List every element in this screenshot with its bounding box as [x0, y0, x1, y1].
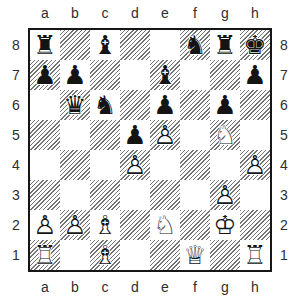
square-c5[interactable] — [90, 120, 120, 150]
file-label-b: b — [60, 277, 90, 297]
rank-label-5: 5 — [8, 120, 24, 150]
square-g5[interactable]: ♞♘ — [210, 120, 240, 150]
black-bishop-icon: ♝ — [150, 60, 180, 90]
square-f8[interactable]: ♞ — [180, 30, 210, 60]
rank-label-8: 8 — [276, 30, 292, 60]
square-b8[interactable] — [60, 30, 90, 60]
square-h1[interactable]: ♜♖ — [240, 240, 270, 270]
square-d7[interactable] — [120, 60, 150, 90]
square-a2[interactable]: ♟♙ — [30, 210, 60, 240]
square-f7[interactable] — [180, 60, 210, 90]
white-queen-icon: ♛♕ — [180, 240, 210, 270]
file-label-d: d — [120, 277, 150, 297]
square-g8[interactable]: ♜ — [210, 30, 240, 60]
square-h3[interactable] — [240, 180, 270, 210]
rank-label-1: 1 — [8, 240, 24, 270]
square-h5[interactable] — [240, 120, 270, 150]
rank-label-6: 6 — [8, 90, 24, 120]
square-h8[interactable]: ♚ — [240, 30, 270, 60]
square-c2[interactable]: ♝♗ — [90, 210, 120, 240]
square-g2[interactable]: ♚♔ — [210, 210, 240, 240]
rank-label-3: 3 — [8, 180, 24, 210]
white-king-icon: ♚♔ — [210, 210, 240, 240]
chess-diagram: abcdefgh 87654321 ♜♝♞♜♚♟♟♝♟♛♞♟♟♟♟♙♞♘♟♙♟♙… — [0, 0, 300, 300]
rank-label-5: 5 — [276, 120, 292, 150]
black-rook-icon: ♜ — [210, 30, 240, 60]
white-rook-icon: ♜♖ — [30, 240, 60, 270]
rank-labels-right: 87654321 — [276, 30, 292, 270]
square-e4[interactable] — [150, 150, 180, 180]
square-h2[interactable] — [240, 210, 270, 240]
file-label-f: f — [180, 3, 210, 23]
square-g6[interactable]: ♟ — [210, 90, 240, 120]
white-pawn-icon: ♟♙ — [150, 120, 180, 150]
rank-label-7: 7 — [8, 60, 24, 90]
square-g3[interactable]: ♟♙ — [210, 180, 240, 210]
black-bishop-icon: ♝ — [90, 30, 120, 60]
square-c3[interactable] — [90, 180, 120, 210]
rank-label-4: 4 — [276, 150, 292, 180]
white-bishop-icon: ♝♗ — [90, 210, 120, 240]
file-label-b: b — [60, 3, 90, 23]
square-h6[interactable] — [240, 90, 270, 120]
square-e7[interactable]: ♝ — [150, 60, 180, 90]
black-rook-icon: ♜ — [30, 30, 60, 60]
square-d5[interactable]: ♟ — [120, 120, 150, 150]
square-b2[interactable]: ♟♙ — [60, 210, 90, 240]
file-label-c: c — [90, 277, 120, 297]
square-e1[interactable] — [150, 240, 180, 270]
square-h4[interactable]: ♟♙ — [240, 150, 270, 180]
black-pawn-icon: ♟ — [120, 120, 150, 150]
rank-label-6: 6 — [276, 90, 292, 120]
white-pawn-icon: ♟♙ — [210, 180, 240, 210]
rank-label-8: 8 — [8, 30, 24, 60]
black-pawn-icon: ♟ — [150, 90, 180, 120]
square-b4[interactable] — [60, 150, 90, 180]
rank-label-1: 1 — [276, 240, 292, 270]
file-label-g: g — [210, 3, 240, 23]
square-b3[interactable] — [60, 180, 90, 210]
file-label-a: a — [30, 3, 60, 23]
white-rook-icon: ♜♖ — [240, 240, 270, 270]
square-a7[interactable]: ♟ — [30, 60, 60, 90]
square-g4[interactable] — [210, 150, 240, 180]
square-d2[interactable] — [120, 210, 150, 240]
white-knight-icon: ♞♘ — [210, 120, 240, 150]
file-label-g: g — [210, 277, 240, 297]
square-b7[interactable]: ♟ — [60, 60, 90, 90]
square-a6[interactable] — [30, 90, 60, 120]
square-d6[interactable] — [120, 90, 150, 120]
square-a4[interactable] — [30, 150, 60, 180]
square-g7[interactable] — [210, 60, 240, 90]
black-queen-icon: ♛ — [60, 90, 90, 120]
file-label-e: e — [150, 277, 180, 297]
rank-label-2: 2 — [276, 210, 292, 240]
black-pawn-icon: ♟ — [60, 60, 90, 90]
white-knight-icon: ♞♘ — [150, 210, 180, 240]
white-pawn-icon: ♟♙ — [240, 150, 270, 180]
square-e3[interactable] — [150, 180, 180, 210]
square-a5[interactable] — [30, 120, 60, 150]
square-h7[interactable]: ♟ — [240, 60, 270, 90]
black-pawn-icon: ♟ — [240, 60, 270, 90]
file-label-a: a — [30, 277, 60, 297]
file-label-c: c — [90, 3, 120, 23]
square-f5[interactable] — [180, 120, 210, 150]
square-f6[interactable] — [180, 90, 210, 120]
file-label-h: h — [240, 277, 270, 297]
rank-label-7: 7 — [276, 60, 292, 90]
file-label-d: d — [120, 3, 150, 23]
black-king-icon: ♚ — [240, 30, 270, 60]
square-a3[interactable] — [30, 180, 60, 210]
square-e8[interactable] — [150, 30, 180, 60]
square-c6[interactable]: ♞ — [90, 90, 120, 120]
file-labels-bottom: abcdefgh — [30, 277, 270, 297]
square-d4[interactable]: ♟♙ — [120, 150, 150, 180]
square-d8[interactable] — [120, 30, 150, 60]
square-f2[interactable] — [180, 210, 210, 240]
white-pawn-icon: ♟♙ — [30, 210, 60, 240]
square-b6[interactable]: ♛ — [60, 90, 90, 120]
black-pawn-icon: ♟ — [30, 60, 60, 90]
file-label-f: f — [180, 277, 210, 297]
square-f1[interactable]: ♛♕ — [180, 240, 210, 270]
square-c8[interactable]: ♝ — [90, 30, 120, 60]
square-e5[interactable]: ♟♙ — [150, 120, 180, 150]
black-knight-icon: ♞ — [90, 90, 120, 120]
square-c7[interactable] — [90, 60, 120, 90]
square-a8[interactable]: ♜ — [30, 30, 60, 60]
square-a1[interactable]: ♜♖ — [30, 240, 60, 270]
rank-labels-left: 87654321 — [8, 30, 24, 270]
square-c1[interactable]: ♝♗ — [90, 240, 120, 270]
square-b5[interactable] — [60, 120, 90, 150]
square-d1[interactable] — [120, 240, 150, 270]
square-d3[interactable] — [120, 180, 150, 210]
white-pawn-icon: ♟♙ — [60, 210, 90, 240]
file-label-h: h — [240, 3, 270, 23]
square-e6[interactable]: ♟ — [150, 90, 180, 120]
square-c4[interactable] — [90, 150, 120, 180]
square-e2[interactable]: ♞♘ — [150, 210, 180, 240]
rank-label-3: 3 — [276, 180, 292, 210]
chess-board: ♜♝♞♜♚♟♟♝♟♛♞♟♟♟♟♙♞♘♟♙♟♙♟♙♟♙♟♙♝♗♞♘♚♔♜♖♝♗♛♕… — [28, 28, 272, 272]
black-pawn-icon: ♟ — [210, 90, 240, 120]
rank-label-2: 2 — [8, 210, 24, 240]
rank-label-4: 4 — [8, 150, 24, 180]
square-b1[interactable] — [60, 240, 90, 270]
square-g1[interactable] — [210, 240, 240, 270]
white-pawn-icon: ♟♙ — [120, 150, 150, 180]
square-f4[interactable] — [180, 150, 210, 180]
black-knight-icon: ♞ — [180, 30, 210, 60]
file-label-e: e — [150, 3, 180, 23]
white-bishop-icon: ♝♗ — [90, 240, 120, 270]
square-f3[interactable] — [180, 180, 210, 210]
file-labels-top: abcdefgh — [30, 3, 270, 23]
